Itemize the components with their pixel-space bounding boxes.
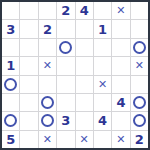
cell-r5c2[interactable] (39, 94, 56, 111)
cell-r7c6[interactable]: ✕ (112, 131, 129, 148)
cell-r0c4: 4 (76, 2, 93, 19)
cell-r2c1[interactable] (20, 39, 37, 56)
cross-mark-icon: ✕ (135, 60, 144, 71)
cell-r4c5[interactable]: ✕ (94, 76, 111, 93)
cell-r0c7[interactable] (131, 2, 148, 19)
cross-mark-icon: ✕ (98, 79, 107, 90)
cell-r4c6[interactable] (112, 76, 129, 93)
clue-number: 2 (61, 4, 70, 17)
cell-r7c4[interactable]: ✕ (76, 131, 93, 148)
cell-r1c2: 2 (39, 20, 56, 37)
cell-r6c5: 4 (94, 112, 111, 129)
cell-r3c6[interactable] (112, 57, 129, 74)
circle-mark-icon (133, 96, 146, 109)
cell-r4c0[interactable] (2, 76, 19, 93)
cell-r4c7[interactable] (131, 76, 148, 93)
cell-r1c5: 1 (94, 20, 111, 37)
cross-mark-icon: ✕ (116, 134, 125, 145)
circle-mark-icon (4, 114, 17, 127)
cell-r6c2[interactable] (39, 112, 56, 129)
cell-r4c2[interactable] (39, 76, 56, 93)
clue-number: 4 (80, 4, 89, 17)
cell-r5c6: 4 (112, 94, 129, 111)
circle-mark-icon (4, 78, 17, 91)
cell-r4c4[interactable] (76, 76, 93, 93)
clue-number: 4 (98, 114, 107, 127)
cell-r0c1[interactable] (20, 2, 37, 19)
cell-r3c1[interactable] (20, 57, 37, 74)
cell-r6c0[interactable] (2, 112, 19, 129)
cell-r2c5[interactable] (94, 39, 111, 56)
cell-r0c6[interactable]: ✕ (112, 2, 129, 19)
cell-r1c6[interactable] (112, 20, 129, 37)
cell-r1c3[interactable] (57, 20, 74, 37)
cell-r5c7[interactable] (131, 94, 148, 111)
cell-r7c7: 2 (131, 131, 148, 148)
cell-r0c5[interactable] (94, 2, 111, 19)
cell-r0c0[interactable] (2, 2, 19, 19)
clue-number: 3 (6, 23, 15, 36)
circle-mark-icon (41, 96, 54, 109)
cell-r6c7[interactable] (131, 112, 148, 129)
cell-r3c2[interactable]: ✕ (39, 57, 56, 74)
cell-r5c3[interactable] (57, 94, 74, 111)
clue-number: 3 (61, 114, 70, 127)
cell-r6c3: 3 (57, 112, 74, 129)
circle-mark-icon (133, 114, 146, 127)
cell-r7c3[interactable] (57, 131, 74, 148)
cell-r4c3[interactable] (57, 76, 74, 93)
cross-mark-icon: ✕ (116, 5, 125, 16)
cell-r2c4[interactable] (76, 39, 93, 56)
cell-r5c0[interactable] (2, 94, 19, 111)
cell-r7c2[interactable]: ✕ (39, 131, 56, 148)
cell-r3c0: 1 (2, 57, 19, 74)
puzzle-board: 24✕3211✕✕✕4345✕✕✕2 (0, 0, 150, 150)
cell-r2c0[interactable] (2, 39, 19, 56)
circle-mark-icon (59, 41, 72, 54)
cell-r7c0: 5 (2, 131, 19, 148)
cell-r2c7[interactable] (131, 39, 148, 56)
cell-r7c1[interactable] (20, 131, 37, 148)
cell-r5c1[interactable] (20, 94, 37, 111)
cell-r0c2[interactable] (39, 2, 56, 19)
cell-r0c3: 2 (57, 2, 74, 19)
cell-r3c4[interactable] (76, 57, 93, 74)
cell-r1c7[interactable] (131, 20, 148, 37)
cell-r5c5[interactable] (94, 94, 111, 111)
cell-r4c1[interactable] (20, 76, 37, 93)
cell-r1c4[interactable] (76, 20, 93, 37)
cell-r1c1[interactable] (20, 20, 37, 37)
cell-r6c6[interactable] (112, 112, 129, 129)
cell-r5c4[interactable] (76, 94, 93, 111)
clue-number: 5 (6, 133, 15, 146)
cell-r1c0: 3 (2, 20, 19, 37)
clue-number: 2 (135, 133, 144, 146)
cross-mark-icon: ✕ (43, 60, 52, 71)
cell-r7c5[interactable] (94, 131, 111, 148)
clue-number: 1 (98, 23, 107, 36)
cross-mark-icon: ✕ (43, 134, 52, 145)
clue-number: 4 (116, 96, 125, 109)
cell-r3c7[interactable]: ✕ (131, 57, 148, 74)
cell-r2c2[interactable] (39, 39, 56, 56)
clue-number: 2 (43, 23, 52, 36)
cell-r6c4[interactable] (76, 112, 93, 129)
cell-r6c1[interactable] (20, 112, 37, 129)
circle-mark-icon (41, 114, 54, 127)
clue-number: 1 (6, 59, 15, 72)
circle-mark-icon (133, 41, 146, 54)
cell-r2c6[interactable] (112, 39, 129, 56)
cell-r2c3[interactable] (57, 39, 74, 56)
cross-mark-icon: ✕ (80, 134, 89, 145)
cell-r3c3[interactable] (57, 57, 74, 74)
cell-r3c5[interactable] (94, 57, 111, 74)
